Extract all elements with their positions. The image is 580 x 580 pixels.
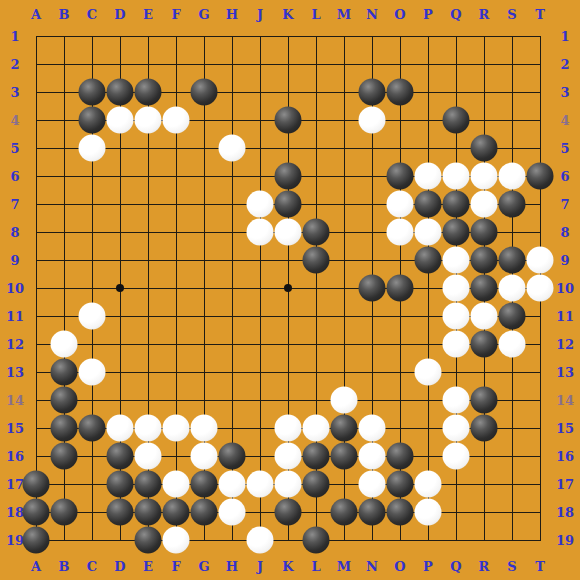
stone-black [191,471,218,498]
stone-white [163,527,190,554]
stone-white [247,527,274,554]
column-label-bottom: A [31,560,41,573]
stone-black [303,471,330,498]
stone-white [359,471,386,498]
column-label-bottom: K [282,560,293,573]
stone-white [471,303,498,330]
stone-black [51,387,78,414]
column-label-bottom: C [87,560,97,573]
column-label-top: E [143,8,153,21]
row-label-left: 1 [10,30,19,43]
column-label-top: M [337,8,351,21]
stone-white [443,443,470,470]
stone-black [23,527,50,554]
stone-black [303,219,330,246]
stone-black [499,303,526,330]
stone-black [499,247,526,274]
stone-white [219,135,246,162]
stone-black [471,415,498,442]
stone-black [443,191,470,218]
stone-black [135,79,162,106]
column-label-bottom: D [114,560,125,573]
row-label-right: 7 [560,198,569,211]
stone-black [303,443,330,470]
stone-black [51,359,78,386]
column-label-top: J [257,8,263,21]
stone-white [51,331,78,358]
column-label-bottom: F [171,560,180,573]
row-label-right: 2 [560,58,569,71]
stone-white [387,219,414,246]
row-label-right: 1 [560,30,569,43]
stone-black [387,275,414,302]
column-label-top: Q [450,8,461,21]
row-label-left: 16 [6,450,24,463]
stone-black [275,107,302,134]
stone-white [415,499,442,526]
stone-black [275,163,302,190]
stone-black [387,443,414,470]
column-label-bottom: P [423,560,433,573]
stone-white [527,275,554,302]
stone-white [79,303,106,330]
row-label-right: 12 [556,338,574,351]
stone-white [247,471,274,498]
row-label-right: 10 [556,282,574,295]
row-label-left: 9 [10,254,19,267]
stone-black [135,499,162,526]
stone-white [527,247,554,274]
row-label-right: 3 [560,86,569,99]
stone-white [219,471,246,498]
column-label-bottom: N [366,560,378,573]
stone-white [79,135,106,162]
stone-black [107,499,134,526]
row-label-right: 8 [560,226,569,239]
stone-black [331,499,358,526]
row-label-right: 6 [560,170,569,183]
column-label-top: K [282,8,293,21]
stone-black [79,107,106,134]
row-label-left: 13 [6,366,24,379]
stone-black [471,275,498,302]
row-label-right: 4 [560,114,569,127]
column-label-top: D [114,8,125,21]
stone-white [275,415,302,442]
stone-white [415,471,442,498]
column-label-top: H [226,8,238,21]
stone-black [51,415,78,442]
stone-black [527,163,554,190]
row-label-left: 4 [10,114,19,127]
stone-black [107,443,134,470]
stone-black [107,471,134,498]
row-label-right: 9 [560,254,569,267]
column-label-top: S [507,8,516,21]
stone-black [163,499,190,526]
column-label-top: R [479,8,490,21]
row-label-right: 19 [556,534,574,547]
row-label-right: 18 [556,506,574,519]
stone-white [443,163,470,190]
stone-white [415,219,442,246]
row-label-left: 12 [6,338,24,351]
column-label-top: G [198,8,209,21]
stone-black [471,331,498,358]
row-label-right: 13 [556,366,574,379]
stone-white [191,443,218,470]
stone-black [415,247,442,274]
column-label-bottom: Q [450,560,461,573]
column-label-bottom: L [311,560,320,573]
stone-white [135,415,162,442]
star-point [116,284,124,292]
row-label-left: 19 [6,534,24,547]
row-label-left: 5 [10,142,19,155]
stone-black [23,471,50,498]
stone-white [135,107,162,134]
stone-white [247,219,274,246]
stone-white [219,499,246,526]
stone-white [443,415,470,442]
star-point [284,284,292,292]
row-label-left: 8 [10,226,19,239]
stone-black [387,163,414,190]
stone-white [359,443,386,470]
column-label-top: O [394,8,405,21]
stone-white [191,415,218,442]
column-label-bottom: E [143,560,153,573]
stone-black [303,247,330,274]
stone-black [471,135,498,162]
stone-black [387,471,414,498]
stone-white [275,443,302,470]
column-label-bottom: T [535,560,545,573]
stone-white [499,331,526,358]
column-label-bottom: G [198,560,209,573]
stone-black [499,191,526,218]
stone-black [387,79,414,106]
stone-white [443,387,470,414]
row-label-left: 11 [6,310,24,323]
stone-white [359,415,386,442]
stone-white [275,471,302,498]
row-label-left: 6 [10,170,19,183]
row-label-left: 2 [10,58,19,71]
stone-white [163,471,190,498]
row-label-right: 5 [560,142,569,155]
column-label-top: N [366,8,378,21]
stone-white [415,163,442,190]
row-label-left: 3 [10,86,19,99]
row-label-right: 16 [556,450,574,463]
stone-black [107,79,134,106]
row-label-left: 7 [10,198,19,211]
stone-black [331,443,358,470]
stone-black [443,107,470,134]
stone-black [303,527,330,554]
stone-white [79,359,106,386]
stone-white [107,415,134,442]
stone-black [135,527,162,554]
stone-black [359,79,386,106]
stone-black [275,499,302,526]
stone-white [303,415,330,442]
stone-black [219,443,246,470]
column-label-bottom: M [337,560,351,573]
stone-black [471,247,498,274]
grid-line-vertical [428,36,429,541]
row-label-right: 17 [556,478,574,491]
stone-black [135,471,162,498]
stone-white [443,275,470,302]
row-label-left: 18 [6,506,24,519]
column-label-top: A [31,8,41,21]
stone-white [331,387,358,414]
stone-white [499,275,526,302]
stone-black [79,79,106,106]
stone-white [443,331,470,358]
stone-white [499,163,526,190]
go-board[interactable]: AABBCCDDEEFFGGHHJJKKLLMMNNOOPPQQRRSSTT11… [0,0,580,580]
column-label-top: L [311,8,320,21]
column-label-top: P [423,8,433,21]
row-label-right: 11 [556,310,574,323]
stone-white [443,303,470,330]
row-label-left: 15 [6,422,24,435]
stone-black [359,499,386,526]
stone-black [415,191,442,218]
stone-black [51,499,78,526]
row-label-right: 14 [556,394,574,407]
stone-white [107,107,134,134]
column-label-bottom: R [479,560,490,573]
row-label-left: 10 [6,282,24,295]
column-label-bottom: S [507,560,516,573]
row-label-left: 17 [6,478,24,491]
stone-black [23,499,50,526]
column-label-bottom: J [257,560,263,573]
grid-line-horizontal [36,540,541,541]
stone-black [471,387,498,414]
stone-white [415,359,442,386]
stone-white [163,415,190,442]
stone-black [471,219,498,246]
stone-black [359,275,386,302]
column-label-bottom: H [226,560,238,573]
stone-black [331,415,358,442]
row-label-left: 14 [6,394,24,407]
column-label-top: T [535,8,545,21]
stone-white [135,443,162,470]
stone-white [387,191,414,218]
column-label-top: B [59,8,70,21]
grid-line-horizontal [36,372,541,373]
stone-black [387,499,414,526]
stone-black [191,79,218,106]
stone-white [359,107,386,134]
stone-black [275,191,302,218]
row-label-right: 15 [556,422,574,435]
stone-black [51,443,78,470]
column-label-bottom: B [59,560,70,573]
stone-white [443,247,470,274]
column-label-bottom: O [394,560,405,573]
stone-white [471,191,498,218]
column-label-top: C [87,8,97,21]
stone-white [471,163,498,190]
stone-black [79,415,106,442]
stone-black [443,219,470,246]
column-label-top: F [171,8,180,21]
stone-black [191,499,218,526]
stone-white [163,107,190,134]
stone-white [247,191,274,218]
stone-white [275,219,302,246]
